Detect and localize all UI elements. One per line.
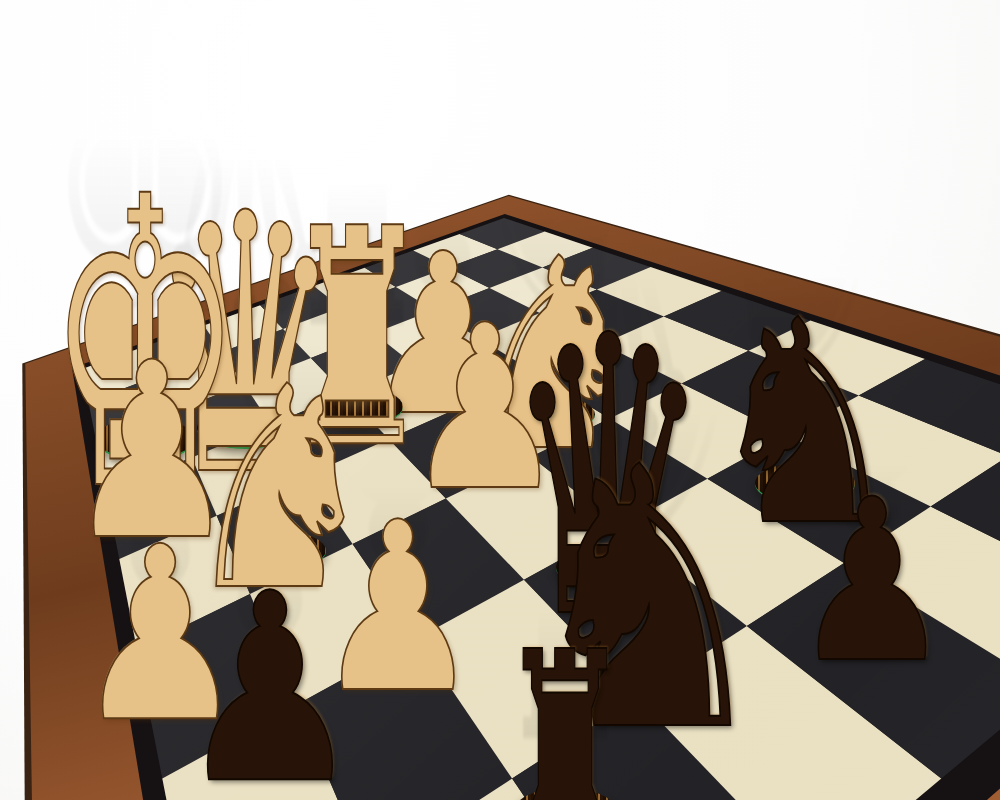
pieces-layer: ♚♛♜♟♞♟♟♟♟♟♞♛♞♟♞♜ [0,0,1000,800]
chess-photo-canvas: ♚♛♜♟♞♟♟♟♟♟♞♛♞♟♞♜ ♚♛♜♟♞♟♟♟♟♟♞♛♞♟♞♜ [0,0,1000,800]
